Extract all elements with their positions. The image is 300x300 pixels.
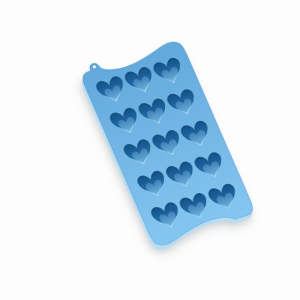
photo-stage — [0, 0, 300, 300]
product-photo — [0, 0, 300, 300]
